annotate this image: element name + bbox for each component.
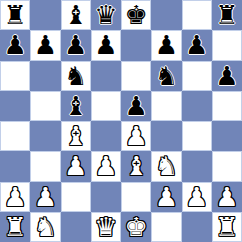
black-knight-piece[interactable]: ♞ (64, 61, 87, 91)
square-c7[interactable]: ♟ (61, 30, 91, 60)
black-bishop-piece[interactable]: ♝ (64, 0, 87, 30)
square-g7[interactable]: ♟ (182, 30, 212, 60)
square-e8[interactable]: ♚ (121, 0, 151, 30)
square-c2[interactable] (61, 182, 91, 212)
square-e5[interactable]: ♟ (121, 91, 151, 121)
square-c1[interactable] (61, 212, 91, 242)
square-h7[interactable] (212, 30, 242, 60)
square-f8[interactable] (151, 0, 181, 30)
square-a6[interactable] (0, 61, 30, 91)
black-king-piece[interactable]: ♚ (124, 0, 147, 30)
square-f4[interactable] (151, 121, 181, 151)
white-knight-piece[interactable]: ♞ (34, 212, 57, 242)
square-b8[interactable] (30, 0, 60, 30)
square-d1[interactable]: ♛ (91, 212, 121, 242)
square-e7[interactable] (121, 30, 151, 60)
black-pawn-piece[interactable]: ♟ (215, 61, 238, 91)
square-c3[interactable]: ♟ (61, 151, 91, 181)
square-e4[interactable]: ♟ (121, 121, 151, 151)
square-g1[interactable] (182, 212, 212, 242)
black-pawn-piece[interactable]: ♟ (155, 30, 178, 60)
square-f1[interactable] (151, 212, 181, 242)
black-pawn-piece[interactable]: ♟ (64, 30, 87, 60)
white-pawn-piece[interactable]: ♟ (155, 182, 178, 212)
square-f2[interactable]: ♟ (151, 182, 181, 212)
white-bishop-piece[interactable]: ♝ (64, 121, 87, 151)
square-b7[interactable]: ♟ (30, 30, 60, 60)
white-king-piece[interactable]: ♚ (124, 212, 147, 242)
square-a8[interactable]: ♜ (0, 0, 30, 30)
square-d2[interactable] (91, 182, 121, 212)
black-bishop-piece[interactable]: ♝ (64, 91, 87, 121)
white-pawn-piece[interactable]: ♟ (3, 182, 26, 212)
square-d3[interactable]: ♟ (91, 151, 121, 181)
white-rook-piece[interactable]: ♜ (215, 212, 238, 242)
square-e2[interactable] (121, 182, 151, 212)
white-rook-piece[interactable]: ♜ (3, 212, 26, 242)
square-d4[interactable] (91, 121, 121, 151)
square-h4[interactable] (212, 121, 242, 151)
black-rook-piece[interactable]: ♜ (215, 0, 238, 30)
black-pawn-piece[interactable]: ♟ (3, 30, 26, 60)
square-a5[interactable] (0, 91, 30, 121)
square-c6[interactable]: ♞ (61, 61, 91, 91)
square-b2[interactable]: ♟ (30, 182, 60, 212)
chess-board: ♜♝♛♚♜♟♟♟♟♟♟♞♞♟♝♟♝♟♟♟♝♞♟♟♟♟♟♜♞♛♚♜ (0, 0, 242, 242)
white-pawn-piece[interactable]: ♟ (185, 182, 208, 212)
square-d6[interactable] (91, 61, 121, 91)
white-queen-piece[interactable]: ♛ (94, 212, 117, 242)
black-pawn-piece[interactable]: ♟ (124, 91, 147, 121)
square-b6[interactable] (30, 61, 60, 91)
square-h1[interactable]: ♜ (212, 212, 242, 242)
white-pawn-piece[interactable]: ♟ (215, 182, 238, 212)
square-d5[interactable] (91, 91, 121, 121)
black-pawn-piece[interactable]: ♟ (185, 30, 208, 60)
square-a7[interactable]: ♟ (0, 30, 30, 60)
square-f6[interactable]: ♞ (151, 61, 181, 91)
square-b1[interactable]: ♞ (30, 212, 60, 242)
square-g2[interactable]: ♟ (182, 182, 212, 212)
black-pawn-piece[interactable]: ♟ (34, 30, 57, 60)
square-a4[interactable] (0, 121, 30, 151)
white-pawn-piece[interactable]: ♟ (34, 182, 57, 212)
square-d8[interactable]: ♛ (91, 0, 121, 30)
square-b5[interactable] (30, 91, 60, 121)
black-knight-piece[interactable]: ♞ (155, 61, 178, 91)
black-pawn-piece[interactable]: ♟ (94, 30, 117, 60)
square-a3[interactable] (0, 151, 30, 181)
white-pawn-piece[interactable]: ♟ (64, 151, 87, 181)
white-knight-piece[interactable]: ♞ (155, 151, 178, 181)
square-h2[interactable]: ♟ (212, 182, 242, 212)
square-e6[interactable] (121, 61, 151, 91)
square-e3[interactable]: ♝ (121, 151, 151, 181)
square-e1[interactable]: ♚ (121, 212, 151, 242)
square-f5[interactable] (151, 91, 181, 121)
square-c5[interactable]: ♝ (61, 91, 91, 121)
square-b3[interactable] (30, 151, 60, 181)
white-bishop-piece[interactable]: ♝ (124, 151, 147, 181)
square-a2[interactable]: ♟ (0, 182, 30, 212)
square-h8[interactable]: ♜ (212, 0, 242, 30)
square-c8[interactable]: ♝ (61, 0, 91, 30)
square-a1[interactable]: ♜ (0, 212, 30, 242)
black-rook-piece[interactable]: ♜ (3, 0, 26, 30)
square-h3[interactable] (212, 151, 242, 181)
black-queen-piece[interactable]: ♛ (94, 0, 117, 30)
square-g8[interactable] (182, 0, 212, 30)
square-h6[interactable]: ♟ (212, 61, 242, 91)
square-g4[interactable] (182, 121, 212, 151)
square-f3[interactable]: ♞ (151, 151, 181, 181)
square-g5[interactable] (182, 91, 212, 121)
square-b4[interactable] (30, 121, 60, 151)
square-d7[interactable]: ♟ (91, 30, 121, 60)
square-c4[interactable]: ♝ (61, 121, 91, 151)
white-pawn-piece[interactable]: ♟ (124, 121, 147, 151)
square-h5[interactable] (212, 91, 242, 121)
white-pawn-piece[interactable]: ♟ (94, 151, 117, 181)
square-g3[interactable] (182, 151, 212, 181)
square-g6[interactable] (182, 61, 212, 91)
square-f7[interactable]: ♟ (151, 30, 181, 60)
